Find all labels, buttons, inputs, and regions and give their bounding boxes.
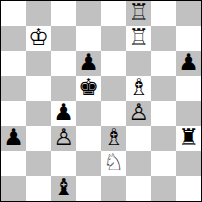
square-b5[interactable] (26, 76, 51, 101)
square-c3[interactable]: ♙ (51, 126, 76, 151)
square-f7[interactable]: ♖ (126, 26, 151, 51)
chess-board: ♖♔♖♟♟♚♗♟♙♟♙♗♜♘♝ (0, 0, 202, 202)
square-c5[interactable] (51, 76, 76, 101)
white-bishop-piece: ♗ (128, 76, 149, 100)
square-e1[interactable] (101, 176, 126, 201)
square-f4[interactable]: ♙ (126, 101, 151, 126)
square-g8[interactable] (151, 1, 176, 26)
black-bishop-piece: ♝ (53, 176, 74, 200)
black-rook-piece: ♜ (178, 126, 199, 150)
square-a1[interactable] (1, 176, 26, 201)
square-h2[interactable] (176, 151, 201, 176)
square-b3[interactable] (26, 126, 51, 151)
square-f2[interactable] (126, 151, 151, 176)
square-c7[interactable] (51, 26, 76, 51)
chess-diagram: ♖♔♖♟♟♚♗♟♙♟♙♗♜♘♝ (0, 0, 202, 202)
square-d7[interactable] (76, 26, 101, 51)
square-e7[interactable] (101, 26, 126, 51)
square-g6[interactable] (151, 51, 176, 76)
square-b2[interactable] (26, 151, 51, 176)
square-g4[interactable] (151, 101, 176, 126)
square-h4[interactable] (176, 101, 201, 126)
white-pawn-piece: ♙ (128, 101, 149, 125)
square-e6[interactable] (101, 51, 126, 76)
white-knight-piece: ♘ (103, 151, 124, 175)
square-h7[interactable] (176, 26, 201, 51)
square-d2[interactable] (76, 151, 101, 176)
square-b6[interactable] (26, 51, 51, 76)
square-f1[interactable] (126, 176, 151, 201)
square-e3[interactable]: ♗ (101, 126, 126, 151)
white-rook-piece: ♖ (128, 1, 149, 25)
square-b8[interactable] (26, 1, 51, 26)
square-a3[interactable]: ♟ (1, 126, 26, 151)
square-g5[interactable] (151, 76, 176, 101)
square-f5[interactable]: ♗ (126, 76, 151, 101)
square-g2[interactable] (151, 151, 176, 176)
white-bishop-piece: ♗ (103, 126, 124, 150)
square-h3[interactable]: ♜ (176, 126, 201, 151)
black-pawn-piece: ♟ (3, 126, 24, 150)
square-d6[interactable]: ♟ (76, 51, 101, 76)
square-a6[interactable] (1, 51, 26, 76)
square-b7[interactable]: ♔ (26, 26, 51, 51)
square-h5[interactable] (176, 76, 201, 101)
square-d8[interactable] (76, 1, 101, 26)
square-e8[interactable] (101, 1, 126, 26)
black-pawn-piece: ♟ (53, 101, 74, 125)
square-g3[interactable] (151, 126, 176, 151)
square-g1[interactable] (151, 176, 176, 201)
square-g7[interactable] (151, 26, 176, 51)
square-a7[interactable] (1, 26, 26, 51)
square-f6[interactable] (126, 51, 151, 76)
square-e2[interactable]: ♘ (101, 151, 126, 176)
square-d4[interactable] (76, 101, 101, 126)
square-a2[interactable] (1, 151, 26, 176)
square-e4[interactable] (101, 101, 126, 126)
black-pawn-piece: ♟ (178, 51, 199, 75)
square-c2[interactable] (51, 151, 76, 176)
black-king-piece: ♚ (78, 76, 99, 100)
square-d3[interactable] (76, 126, 101, 151)
square-a5[interactable] (1, 76, 26, 101)
white-rook-piece: ♖ (128, 26, 149, 50)
square-h1[interactable] (176, 176, 201, 201)
square-a8[interactable] (1, 1, 26, 26)
square-f3[interactable] (126, 126, 151, 151)
square-c4[interactable]: ♟ (51, 101, 76, 126)
square-d5[interactable]: ♚ (76, 76, 101, 101)
black-pawn-piece: ♟ (78, 51, 99, 75)
white-king-piece: ♔ (28, 26, 49, 50)
square-f8[interactable]: ♖ (126, 1, 151, 26)
square-c6[interactable] (51, 51, 76, 76)
square-e5[interactable] (101, 76, 126, 101)
square-c1[interactable]: ♝ (51, 176, 76, 201)
square-h6[interactable]: ♟ (176, 51, 201, 76)
square-a4[interactable] (1, 101, 26, 126)
square-d1[interactable] (76, 176, 101, 201)
square-b4[interactable] (26, 101, 51, 126)
square-b1[interactable] (26, 176, 51, 201)
white-pawn-piece: ♙ (53, 126, 74, 150)
square-c8[interactable] (51, 1, 76, 26)
square-h8[interactable] (176, 1, 201, 26)
